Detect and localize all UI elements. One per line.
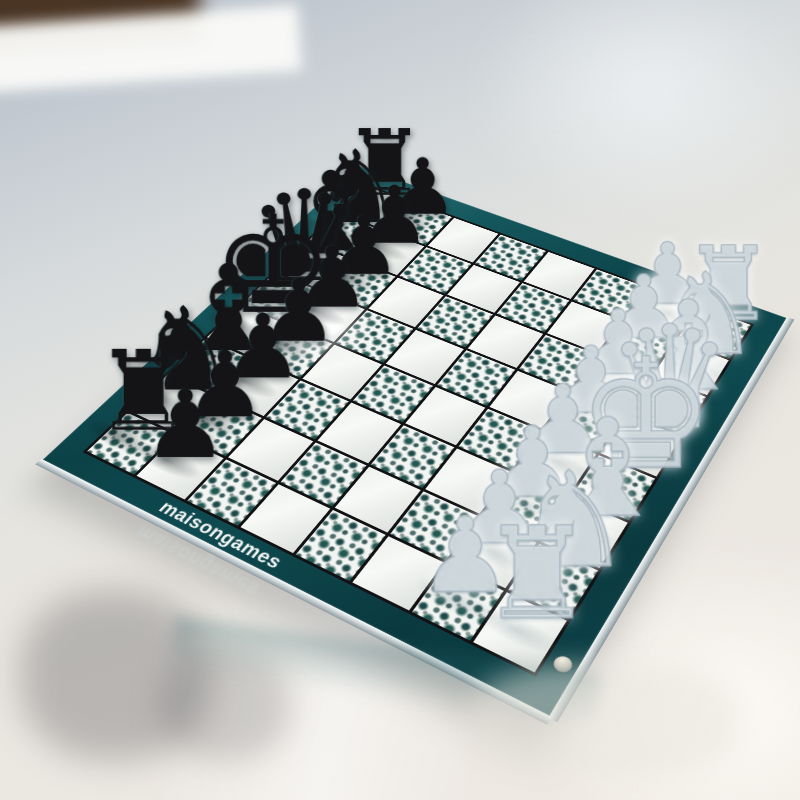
square-g5 (280, 442, 366, 506)
square-f6 (266, 381, 348, 439)
clear-pieces-table-reflection (470, 665, 740, 775)
board-grid (82, 184, 754, 677)
square-e3 (459, 409, 541, 470)
square-f4 (371, 425, 455, 488)
square-g4 (334, 466, 421, 533)
chess-board: maisongames maisongames ♜♞♝♛♚♝♞♜♟♟♟♟♟♟♟♟… (43, 166, 787, 716)
square-f5 (318, 403, 401, 463)
square-g7 (178, 397, 262, 457)
photo-stage: maisongames maisongames ♜♞♝♛♚♝♞♜♟♟♟♟♟♟♟♟… (0, 0, 800, 800)
square-g6 (228, 419, 313, 481)
